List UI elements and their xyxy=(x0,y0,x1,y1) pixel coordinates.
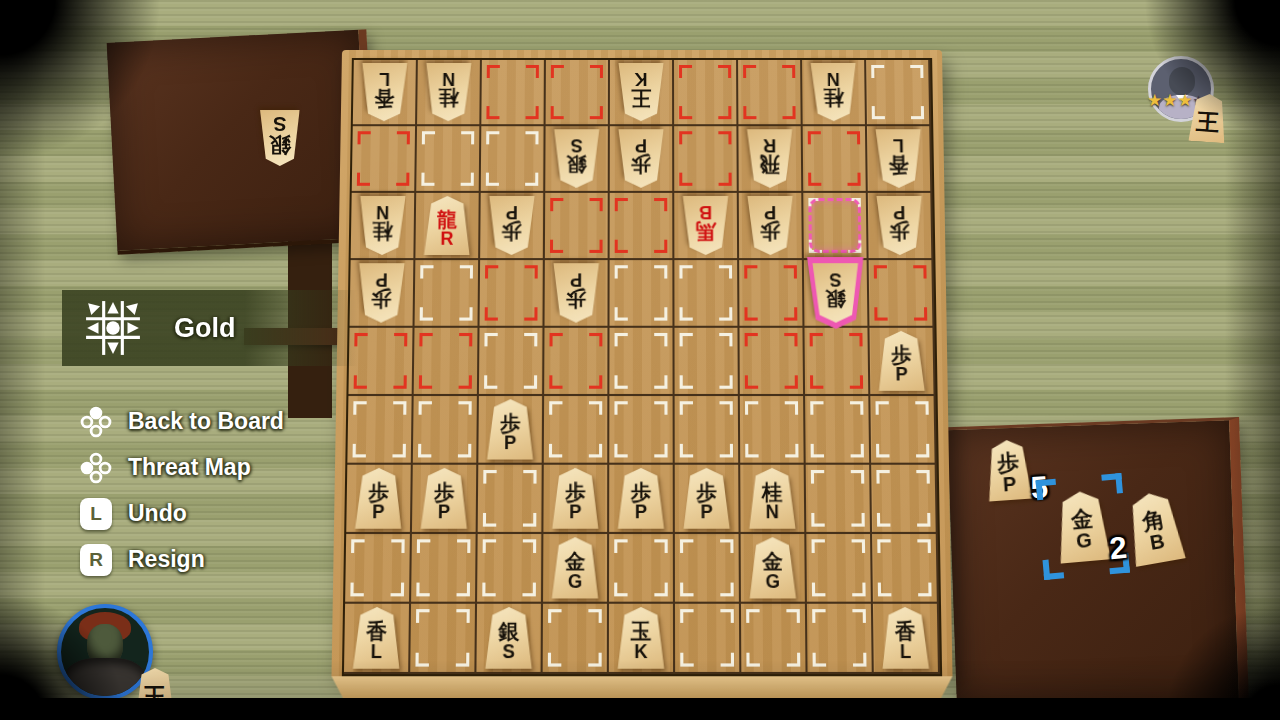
square-6g[interactable]: 歩P xyxy=(543,465,609,534)
hand-piece-S[interactable]: 銀S xyxy=(258,110,302,166)
sente-hand-pieces: 歩P5金G2角B xyxy=(947,420,1239,708)
selected-piece-name: Gold xyxy=(174,313,236,344)
threat-marker xyxy=(354,333,408,389)
piece-S-sente[interactable]: 銀S xyxy=(483,607,535,669)
piece-P-in-hand[interactable]: 歩P xyxy=(983,438,1035,501)
piece-N-sente[interactable]: 桂N xyxy=(746,468,798,529)
threat-marker xyxy=(874,265,927,320)
square-8h[interactable] xyxy=(411,534,478,604)
drop-marker xyxy=(484,333,537,389)
piece-P-sente[interactable]: 歩P xyxy=(681,468,732,529)
square-8e[interactable] xyxy=(414,328,480,396)
piece-L-gote[interactable]: 香L xyxy=(873,129,924,188)
square-7e[interactable] xyxy=(479,328,545,396)
last-move-origin-highlight xyxy=(808,198,861,253)
square-1c[interactable]: 歩P xyxy=(868,193,934,260)
drop-marker xyxy=(810,401,864,457)
threat-marker xyxy=(745,333,798,389)
piece-P-sente[interactable]: 歩P xyxy=(484,399,535,459)
square-1d[interactable] xyxy=(869,260,935,328)
square-9c[interactable]: 桂N xyxy=(351,193,417,260)
square-1f[interactable] xyxy=(870,396,936,465)
square-1i[interactable]: 香L xyxy=(873,604,940,674)
drop-marker xyxy=(812,539,866,596)
square-7f[interactable]: 歩P xyxy=(478,396,544,465)
action-menu: Back to Board Threat Map L Undo R Resign xyxy=(80,405,284,589)
square-5e[interactable] xyxy=(609,328,674,396)
piece-B-gote[interactable]: 馬B xyxy=(680,196,731,255)
menu-label: Undo xyxy=(128,500,187,527)
square-7h[interactable] xyxy=(477,534,543,604)
piece-G-sente[interactable]: 金G xyxy=(747,537,799,598)
menu-label: Back to Board xyxy=(128,408,284,435)
square-6i[interactable] xyxy=(543,604,609,674)
piece-P-gote[interactable]: 歩P xyxy=(356,263,408,322)
piece-P-gote[interactable]: 歩P xyxy=(874,196,925,255)
square-3f[interactable] xyxy=(740,396,806,465)
l-button-icon: L xyxy=(80,498,112,530)
square-5g[interactable]: 歩P xyxy=(609,465,675,534)
square-6h[interactable]: 金G xyxy=(543,534,609,604)
piece-P-sente[interactable]: 歩P xyxy=(352,468,404,529)
threat-marker xyxy=(743,65,796,119)
square-6f[interactable] xyxy=(544,396,610,465)
piece-S-gote[interactable]: 銀S xyxy=(810,263,861,322)
drop-marker xyxy=(614,401,667,457)
square-8a[interactable]: 桂N xyxy=(417,60,482,126)
square-5f[interactable] xyxy=(609,396,674,465)
gote-hand-pieces: 銀S xyxy=(107,30,370,251)
square-7d[interactable] xyxy=(480,260,545,328)
hand-piece-count: 2 xyxy=(1108,530,1128,567)
square-3d[interactable] xyxy=(739,260,804,328)
drop-marker xyxy=(615,265,668,320)
square-6b[interactable]: 銀S xyxy=(545,126,610,193)
threat-marker xyxy=(744,265,797,320)
drop-marker xyxy=(420,265,473,320)
square-3b[interactable]: 飛R xyxy=(738,126,803,193)
drop-marker xyxy=(614,333,667,389)
threat-marker xyxy=(615,198,668,253)
drop-marker xyxy=(679,265,732,320)
drop-marker xyxy=(549,401,602,457)
square-5d[interactable] xyxy=(610,260,675,328)
selected-piece-info-panel: Gold xyxy=(62,290,357,366)
square-6c[interactable] xyxy=(545,193,610,260)
star-icon: ★ xyxy=(1147,92,1162,109)
square-2f[interactable] xyxy=(805,396,871,465)
drop-marker xyxy=(877,539,931,596)
piece-R-gote[interactable]: 飛R xyxy=(744,129,795,188)
square-6d[interactable]: 歩P xyxy=(545,260,610,328)
square-9e[interactable] xyxy=(348,328,414,396)
piece-L-gote[interactable]: 香L xyxy=(359,63,410,121)
square-7g[interactable] xyxy=(478,465,544,534)
square-2a[interactable]: 桂N xyxy=(802,60,867,126)
threat-marker xyxy=(549,333,602,389)
threat-marker xyxy=(550,198,603,253)
menu-item-back-to-board[interactable]: Back to Board xyxy=(80,405,284,438)
piece-S-in-hand[interactable]: 銀S xyxy=(258,110,302,166)
piece-B-in-hand[interactable]: 角B xyxy=(1121,489,1188,568)
menu-label: Resign xyxy=(128,546,205,573)
x-button-icon xyxy=(80,406,112,438)
drop-marker xyxy=(746,609,800,667)
piece-P-sente[interactable]: 歩P xyxy=(876,331,928,391)
square-2i[interactable] xyxy=(807,604,874,674)
square-3i[interactable] xyxy=(741,604,808,674)
threat-marker xyxy=(486,65,539,119)
threat-marker xyxy=(679,131,732,186)
square-9a[interactable]: 香L xyxy=(353,60,418,126)
square-7b[interactable] xyxy=(481,126,546,193)
square-4d[interactable] xyxy=(674,260,739,328)
game-screen: { "game": "shogi", "app": {"name": "Shog… xyxy=(0,0,1280,720)
square-4b[interactable] xyxy=(674,126,739,193)
drop-marker xyxy=(353,401,407,457)
drop-marker xyxy=(421,131,474,186)
square-1b[interactable]: 香L xyxy=(867,126,932,193)
threat-marker xyxy=(808,131,861,186)
star-icon: ★ xyxy=(1178,92,1193,109)
drop-marker xyxy=(680,539,734,596)
square-2c[interactable] xyxy=(803,193,868,260)
drop-marker xyxy=(812,609,866,667)
square-8b[interactable] xyxy=(416,126,481,193)
threat-marker xyxy=(357,131,410,186)
threat-marker xyxy=(679,65,731,119)
piece-P-gote[interactable]: 歩P xyxy=(551,263,602,322)
square-3h[interactable]: 金G xyxy=(741,534,807,604)
square-1a[interactable] xyxy=(866,60,931,126)
piece-S-gote[interactable]: 銀S xyxy=(551,129,602,188)
square-7c[interactable]: 歩P xyxy=(480,193,545,260)
square-2b[interactable] xyxy=(803,126,868,193)
threat-marker xyxy=(810,333,863,389)
square-8f[interactable] xyxy=(413,396,479,465)
piece-G-sente[interactable]: 金G xyxy=(549,537,601,598)
drop-marker xyxy=(875,401,929,457)
square-1h[interactable] xyxy=(872,534,939,604)
piece-N-gote[interactable]: 桂N xyxy=(808,63,859,121)
drop-marker xyxy=(482,539,536,596)
drop-marker xyxy=(548,609,602,667)
board-frame: 香L桂N王K桂N銀S歩P飛R香L桂N龍R歩P馬B歩P歩P歩P歩P銀S歩P歩P歩P… xyxy=(331,50,952,676)
square-9i[interactable]: 香L xyxy=(344,604,411,674)
piece-P-gote[interactable]: 歩P xyxy=(486,196,537,255)
piece-P-sente[interactable]: 歩P xyxy=(418,468,470,529)
square-4c[interactable]: 馬B xyxy=(674,193,739,260)
square-8g[interactable]: 歩P xyxy=(412,465,478,534)
drop-marker xyxy=(418,401,472,457)
square-2g[interactable] xyxy=(806,465,872,534)
square-3c[interactable]: 歩P xyxy=(739,193,804,260)
shogi-board: 香L桂N王K桂N銀S歩P飛R香L桂N龍R歩P馬B歩P歩P歩P歩P銀S歩P歩P歩P… xyxy=(331,50,953,711)
square-8i[interactable] xyxy=(410,604,477,674)
gold-movement-icon xyxy=(84,299,142,357)
hand-piece-G[interactable]: 金G2 xyxy=(1052,489,1114,564)
piece-K-gote[interactable]: 王K xyxy=(616,63,666,121)
square-9d[interactable]: 歩P xyxy=(350,260,416,328)
square-5h[interactable] xyxy=(609,534,675,604)
square-5i[interactable]: 玉K xyxy=(609,604,675,674)
piece-N-gote[interactable]: 桂N xyxy=(357,196,408,255)
square-2e[interactable] xyxy=(804,328,870,396)
sente-captured-tray: 歩P5金G2角B xyxy=(947,417,1249,708)
square-4a[interactable] xyxy=(674,60,738,126)
piece-L-sente[interactable]: 香L xyxy=(879,607,932,669)
square-4f[interactable] xyxy=(675,396,741,465)
piece-L-sente[interactable]: 香L xyxy=(350,607,403,669)
piece-K-sente[interactable]: 玉K xyxy=(615,607,667,669)
drop-marker xyxy=(614,539,668,596)
square-5c[interactable] xyxy=(610,193,675,260)
square-1g[interactable] xyxy=(871,465,938,534)
piece-N-gote[interactable]: 桂N xyxy=(423,63,474,121)
piece-P-gote[interactable]: 歩P xyxy=(616,129,666,188)
square-8c[interactable]: 龍R xyxy=(415,193,480,260)
piece-P-sente[interactable]: 歩P xyxy=(550,468,601,529)
drop-marker xyxy=(483,470,537,527)
square-5a[interactable]: 王K xyxy=(610,60,674,126)
r-button-icon: R xyxy=(80,544,112,576)
drop-marker xyxy=(811,470,865,527)
drop-marker xyxy=(680,609,734,667)
square-9h[interactable] xyxy=(345,534,412,604)
square-3e[interactable] xyxy=(739,328,805,396)
square-9b[interactable] xyxy=(352,126,417,193)
drop-marker xyxy=(415,609,469,667)
hand-piece-P[interactable]: 歩P5 xyxy=(983,438,1035,501)
board-grid: 香L桂N王K桂N銀S歩P飛R香L桂N龍R歩P馬B歩P歩P歩P歩P銀S歩P歩P歩P… xyxy=(342,58,942,676)
square-3a[interactable] xyxy=(738,60,803,126)
square-2h[interactable] xyxy=(806,534,873,604)
menu-item-resign[interactable]: R Resign xyxy=(80,543,284,576)
square-3g[interactable]: 桂N xyxy=(740,465,806,534)
square-2d[interactable]: 銀S xyxy=(804,260,870,328)
menu-item-threat-map[interactable]: Threat Map xyxy=(80,451,284,484)
square-6e[interactable] xyxy=(544,328,609,396)
piece-P-sente[interactable]: 歩P xyxy=(615,468,666,529)
square-7a[interactable] xyxy=(481,60,546,126)
square-1e[interactable]: 歩P xyxy=(869,328,935,396)
drop-marker xyxy=(745,401,799,457)
drop-marker xyxy=(350,539,404,596)
drop-marker xyxy=(416,539,470,596)
player-avatar xyxy=(57,604,153,700)
square-9f[interactable] xyxy=(347,396,413,465)
gote-captured-tray: 銀S xyxy=(107,29,378,254)
piece-R-sente[interactable]: 龍R xyxy=(422,196,473,255)
hand-piece-B[interactable]: 角B xyxy=(1121,489,1188,568)
letterbox-bar xyxy=(0,698,1280,720)
menu-label: Threat Map xyxy=(128,454,251,481)
square-8d[interactable] xyxy=(415,260,481,328)
square-4g[interactable]: 歩P xyxy=(675,465,741,534)
square-4e[interactable] xyxy=(674,328,739,396)
y-button-icon xyxy=(80,452,112,484)
square-7i[interactable]: 銀S xyxy=(476,604,543,674)
drop-marker xyxy=(680,401,733,457)
square-5b[interactable]: 歩P xyxy=(610,126,675,193)
square-4h[interactable] xyxy=(675,534,741,604)
threat-marker xyxy=(551,65,603,119)
player-avatar-armor xyxy=(65,658,145,700)
drop-marker xyxy=(486,131,539,186)
square-9g[interactable]: 歩P xyxy=(346,465,413,534)
drop-marker xyxy=(680,333,733,389)
drop-marker xyxy=(871,65,924,119)
square-4i[interactable] xyxy=(675,604,741,674)
threat-marker xyxy=(419,333,473,389)
drop-marker xyxy=(876,470,930,527)
menu-item-undo[interactable]: L Undo xyxy=(80,497,284,530)
threat-marker xyxy=(485,265,538,320)
square-6a[interactable] xyxy=(546,60,610,126)
star-icon: ★ xyxy=(1162,92,1177,109)
piece-P-gote[interactable]: 歩P xyxy=(745,196,796,255)
